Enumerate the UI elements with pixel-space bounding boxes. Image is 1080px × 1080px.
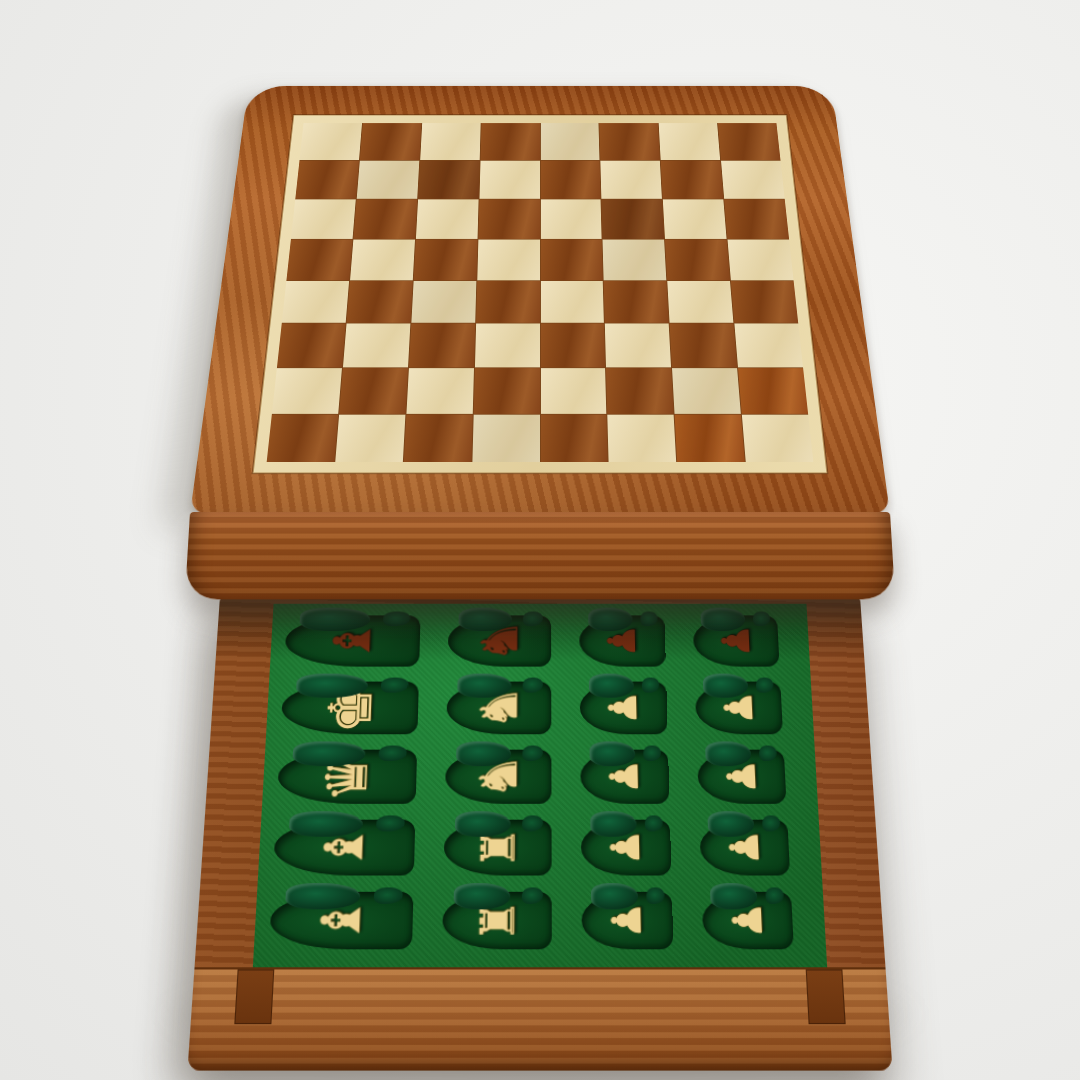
slot-r5c2[interactable]: ♜ bbox=[442, 892, 552, 949]
square-f4[interactable] bbox=[604, 281, 669, 323]
square-g7[interactable] bbox=[661, 161, 723, 199]
light-pawn: ♟ bbox=[606, 829, 647, 866]
square-e3[interactable] bbox=[540, 324, 605, 368]
square-b4[interactable] bbox=[346, 281, 412, 323]
dark-pawn: ♟ bbox=[716, 624, 756, 658]
square-b1[interactable] bbox=[335, 415, 405, 462]
square-d1[interactable] bbox=[472, 415, 539, 462]
square-c6[interactable] bbox=[416, 199, 479, 238]
slot-r2c4[interactable]: ♟ bbox=[694, 682, 783, 735]
square-e6[interactable] bbox=[540, 199, 601, 238]
square-d4[interactable] bbox=[476, 281, 540, 323]
square-c4[interactable] bbox=[411, 281, 476, 323]
chess-box-lid bbox=[190, 86, 890, 514]
square-h5[interactable] bbox=[728, 239, 794, 280]
slot-r5c4[interactable]: ♟ bbox=[701, 892, 794, 949]
slot-r3c2[interactable]: ♞ bbox=[445, 750, 552, 804]
square-g6[interactable] bbox=[663, 199, 727, 238]
dark-bishop: ♝ bbox=[327, 619, 379, 663]
square-a1[interactable] bbox=[267, 415, 338, 462]
square-f6[interactable] bbox=[602, 199, 665, 238]
square-a3[interactable] bbox=[277, 324, 346, 368]
square-a6[interactable] bbox=[291, 199, 356, 238]
square-c7[interactable] bbox=[418, 161, 479, 199]
square-e4[interactable] bbox=[540, 281, 604, 323]
square-g4[interactable] bbox=[667, 281, 733, 323]
square-c5[interactable] bbox=[413, 239, 477, 280]
square-c2[interactable] bbox=[406, 368, 473, 414]
light-knight: ♞ bbox=[473, 685, 525, 730]
light-king: ♚ bbox=[319, 682, 380, 735]
square-d8[interactable] bbox=[480, 123, 539, 160]
slot-r1c1[interactable]: ♝ bbox=[284, 615, 420, 666]
square-b3[interactable] bbox=[343, 324, 410, 368]
slot-r2c1[interactable]: ♚ bbox=[281, 682, 419, 735]
square-b5[interactable] bbox=[350, 239, 415, 280]
square-d6[interactable] bbox=[478, 199, 539, 238]
light-pawn: ♟ bbox=[605, 759, 645, 795]
square-e8[interactable] bbox=[540, 123, 599, 160]
dark-pawn: ♟ bbox=[603, 624, 642, 658]
square-b8[interactable] bbox=[360, 123, 421, 160]
square-h4[interactable] bbox=[731, 281, 798, 323]
square-h8[interactable] bbox=[718, 123, 780, 160]
square-g5[interactable] bbox=[665, 239, 730, 280]
square-e5[interactable] bbox=[540, 239, 603, 280]
slot-r4c3[interactable]: ♟ bbox=[581, 820, 671, 876]
drawer-joint-right bbox=[806, 969, 846, 1024]
box-front-face bbox=[185, 512, 895, 599]
square-g2[interactable] bbox=[672, 368, 741, 414]
slot-r2c2[interactable]: ♞ bbox=[446, 682, 551, 735]
square-d3[interactable] bbox=[475, 324, 540, 368]
slot-r1c4[interactable]: ♟ bbox=[692, 615, 779, 666]
square-f1[interactable] bbox=[608, 415, 677, 462]
square-b7[interactable] bbox=[357, 161, 419, 199]
light-pawn: ♟ bbox=[718, 691, 758, 726]
square-a7[interactable] bbox=[295, 161, 359, 199]
square-d5[interactable] bbox=[477, 239, 540, 280]
square-g1[interactable] bbox=[675, 415, 745, 462]
drawer-felt-liner: ♝♞♟♟♚♞♟♟♛♞♟♟♝♜♟♟♝♜♟♟ bbox=[253, 604, 827, 967]
dark-knight: ♞ bbox=[474, 619, 525, 663]
square-h6[interactable] bbox=[724, 199, 789, 238]
drawer-joint-left bbox=[234, 969, 274, 1024]
slot-r1c2[interactable]: ♞ bbox=[448, 615, 552, 666]
slot-r1c3[interactable]: ♟ bbox=[579, 615, 665, 666]
slot-r4c4[interactable]: ♟ bbox=[699, 820, 790, 876]
slot-r4c1[interactable]: ♝ bbox=[273, 820, 416, 876]
light-pawn: ♟ bbox=[726, 902, 768, 940]
square-f5[interactable] bbox=[603, 239, 667, 280]
square-b2[interactable] bbox=[339, 368, 408, 414]
light-pawn: ♟ bbox=[604, 691, 644, 726]
light-pawn: ♟ bbox=[724, 829, 766, 866]
square-d7[interactable] bbox=[479, 161, 539, 199]
square-h3[interactable] bbox=[735, 324, 804, 368]
light-pawn: ♟ bbox=[721, 759, 762, 795]
light-rook: ♜ bbox=[474, 899, 521, 943]
square-h7[interactable] bbox=[721, 161, 785, 199]
square-e1[interactable] bbox=[540, 415, 607, 462]
light-knight: ♞ bbox=[472, 753, 524, 800]
square-a2[interactable] bbox=[272, 368, 342, 414]
square-d2[interactable] bbox=[473, 368, 539, 414]
slot-r4c2[interactable]: ♜ bbox=[444, 820, 552, 876]
slot-r3c3[interactable]: ♟ bbox=[581, 750, 670, 804]
slot-r2c3[interactable]: ♟ bbox=[580, 682, 667, 735]
square-a5[interactable] bbox=[286, 239, 352, 280]
light-bishop: ♝ bbox=[317, 824, 372, 872]
slot-r3c1[interactable]: ♛ bbox=[277, 750, 417, 804]
chess-board bbox=[267, 123, 814, 462]
square-g3[interactable] bbox=[670, 324, 737, 368]
square-f2[interactable] bbox=[606, 368, 673, 414]
square-f3[interactable] bbox=[605, 324, 671, 368]
square-e7[interactable] bbox=[540, 161, 600, 199]
drawer-front-face[interactable] bbox=[187, 967, 892, 1070]
square-h2[interactable] bbox=[738, 368, 808, 414]
square-f8[interactable] bbox=[600, 123, 660, 160]
square-c8[interactable] bbox=[420, 123, 480, 160]
piece-drawer[interactable]: ♝♞♟♟♚♞♟♟♛♞♟♟♝♜♟♟♝♜♟♟ bbox=[187, 596, 892, 1071]
slot-r5c1[interactable]: ♝ bbox=[269, 892, 414, 949]
square-f7[interactable] bbox=[601, 161, 662, 199]
square-b6[interactable] bbox=[353, 199, 417, 238]
slot-r5c3[interactable]: ♟ bbox=[582, 892, 673, 949]
square-c3[interactable] bbox=[409, 324, 475, 368]
square-h1[interactable] bbox=[742, 415, 813, 462]
light-rook: ♜ bbox=[475, 826, 522, 868]
board-border bbox=[253, 115, 828, 473]
square-g8[interactable] bbox=[659, 123, 720, 160]
light-pawn: ♟ bbox=[607, 902, 648, 940]
slot-r3c4[interactable]: ♟ bbox=[697, 750, 787, 804]
square-a8[interactable] bbox=[300, 123, 362, 160]
square-a4[interactable] bbox=[282, 281, 349, 323]
square-e2[interactable] bbox=[540, 368, 606, 414]
square-c1[interactable] bbox=[404, 415, 473, 462]
light-bishop: ♝ bbox=[314, 896, 369, 946]
product-photo-scene: ♝♞♟♟♚♞♟♟♛♞♟♟♝♜♟♟♝♜♟♟ bbox=[0, 0, 1080, 1080]
light-queen: ♛ bbox=[318, 751, 377, 802]
